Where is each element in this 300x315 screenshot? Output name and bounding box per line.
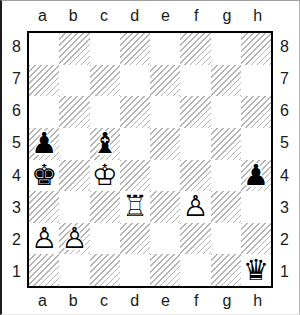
square-b8[interactable] [59,33,89,65]
square-c5[interactable]: ♝ [90,128,120,160]
file-label-a: a [38,292,47,310]
square-g4[interactable] [211,160,241,192]
rank-label-1: 1 [280,263,289,281]
square-c4[interactable]: ♚♔ [90,160,120,192]
square-e6[interactable] [150,96,180,128]
white-pawn-fill: ♟ [180,191,210,223]
square-b4[interactable] [59,160,89,192]
square-e4[interactable] [150,160,180,192]
square-a4[interactable]: ♚ [29,160,59,192]
square-b7[interactable] [59,65,89,97]
square-d2[interactable] [120,223,150,255]
white-king-fill: ♚ [90,160,120,192]
square-b5[interactable] [59,128,89,160]
square-h6[interactable] [241,96,271,128]
square-e7[interactable] [150,65,180,97]
white-king-outline: ♔ [90,160,120,192]
file-label-f: f [194,292,198,310]
square-a5[interactable]: ♟ [29,128,59,160]
rank-label-4: 4 [280,167,289,185]
rank-label-4: 4 [12,167,21,185]
rank-label-5: 5 [280,134,289,152]
piece-black-pawn[interactable]: ♟ [241,160,271,192]
rank-label-8: 8 [280,38,289,56]
white-pawn-outline: ♙ [59,223,89,255]
square-e2[interactable] [150,223,180,255]
file-label-d: d [130,7,139,25]
square-a3[interactable] [29,191,59,223]
square-f3[interactable]: ♟♙ [180,191,210,223]
square-f8[interactable] [180,33,210,65]
rank-label-7: 7 [280,70,289,88]
square-g6[interactable] [211,96,241,128]
square-g2[interactable] [211,223,241,255]
square-a6[interactable] [29,96,59,128]
square-h2[interactable] [241,223,271,255]
square-f2[interactable] [180,223,210,255]
square-c3[interactable] [90,191,120,223]
piece-black-queen[interactable]: ♛ [241,254,271,286]
file-label-b: b [69,292,78,310]
white-rook-outline: ♖ [120,191,150,223]
file-label-h: h [253,7,262,25]
square-f1[interactable] [180,254,210,286]
square-c7[interactable] [90,65,120,97]
square-h3[interactable] [241,191,271,223]
piece-white-pawn[interactable]: ♟♙ [59,223,89,255]
rank-labels-right: 87654321 [273,31,299,288]
square-g1[interactable] [211,254,241,286]
square-a8[interactable] [29,33,59,65]
piece-white-rook[interactable]: ♜♖ [120,191,150,223]
square-e5[interactable] [150,128,180,160]
square-e8[interactable] [150,33,180,65]
white-pawn-fill: ♟ [29,223,59,255]
square-a7[interactable] [29,65,59,97]
file-labels-bottom: abcdefgh [27,288,273,314]
square-c8[interactable] [90,33,120,65]
square-d7[interactable] [120,65,150,97]
square-g5[interactable] [211,128,241,160]
square-f6[interactable] [180,96,210,128]
file-labels-top: abcdefgh [27,1,273,31]
piece-black-bishop[interactable]: ♝ [90,128,120,160]
square-d6[interactable] [120,96,150,128]
square-c2[interactable] [90,223,120,255]
white-rook-fill: ♜ [120,191,150,223]
file-label-d: d [130,292,139,310]
square-g3[interactable] [211,191,241,223]
white-pawn-outline: ♙ [180,191,210,223]
piece-black-pawn[interactable]: ♟ [29,128,59,160]
square-b3[interactable] [59,191,89,223]
square-d3[interactable]: ♜♖ [120,191,150,223]
square-a1[interactable] [29,254,59,286]
file-label-g: g [222,292,231,310]
rank-label-3: 3 [12,199,21,217]
rank-label-2: 2 [280,231,289,249]
square-g7[interactable] [211,65,241,97]
file-label-a: a [38,7,47,25]
square-d4[interactable] [120,160,150,192]
square-e3[interactable] [150,191,180,223]
black-queen-glyph: ♛ [241,254,271,286]
square-c6[interactable] [90,96,120,128]
white-pawn-outline: ♙ [29,223,59,255]
square-b1[interactable] [59,254,89,286]
square-h8[interactable] [241,33,271,65]
square-h4[interactable]: ♟ [241,160,271,192]
square-h5[interactable] [241,128,271,160]
square-d1[interactable] [120,254,150,286]
square-f5[interactable] [180,128,210,160]
square-h7[interactable] [241,65,271,97]
square-c1[interactable] [90,254,120,286]
piece-black-king[interactable]: ♚ [29,160,59,192]
chess-board[interactable]: ♟♝♚♚♔♟♜♖♟♙♟♙♟♙♛ [27,31,273,288]
chess-diagram-screenshot: abcdefgh 87654321 ♟♝♚♚♔♟♜♖♟♙♟♙♟♙♛ 876543… [0,0,300,315]
square-d8[interactable] [120,33,150,65]
file-label-e: e [161,7,170,25]
file-label-g: g [222,7,231,25]
black-pawn-glyph: ♟ [29,128,59,160]
file-label-c: c [100,7,108,25]
file-label-c: c [100,292,108,310]
black-pawn-glyph: ♟ [241,160,271,192]
file-label-b: b [69,7,78,25]
file-label-f: f [194,7,198,25]
white-pawn-fill: ♟ [59,223,89,255]
rank-label-6: 6 [12,102,21,120]
square-f7[interactable] [180,65,210,97]
black-king-glyph: ♚ [29,160,59,192]
rank-label-5: 5 [12,134,21,152]
square-b2[interactable]: ♟♙ [59,223,89,255]
piece-white-king[interactable]: ♚♔ [90,160,120,192]
rank-label-1: 1 [12,263,21,281]
file-label-e: e [161,292,170,310]
rank-label-6: 6 [280,102,289,120]
square-e1[interactable] [150,254,180,286]
rank-label-7: 7 [12,70,21,88]
square-b6[interactable] [59,96,89,128]
rank-label-8: 8 [12,38,21,56]
square-d5[interactable] [120,128,150,160]
rank-labels-left: 87654321 [2,31,27,288]
square-a2[interactable]: ♟♙ [29,223,59,255]
piece-white-pawn[interactable]: ♟♙ [180,191,210,223]
square-f4[interactable] [180,160,210,192]
rank-label-3: 3 [280,199,289,217]
rank-label-2: 2 [12,231,21,249]
square-h1[interactable]: ♛ [241,254,271,286]
square-g8[interactable] [211,33,241,65]
piece-white-pawn[interactable]: ♟♙ [29,223,59,255]
file-label-h: h [253,292,262,310]
black-bishop-glyph: ♝ [90,128,120,160]
